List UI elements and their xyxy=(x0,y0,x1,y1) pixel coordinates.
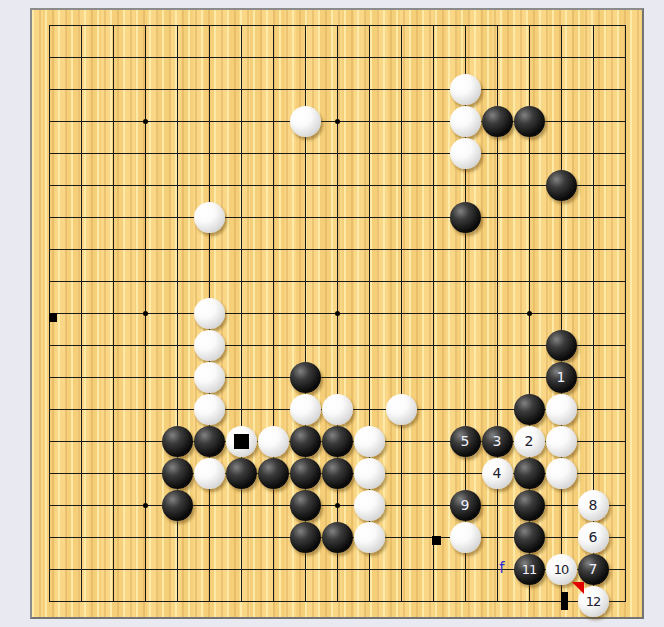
square-marker xyxy=(561,592,568,610)
page-background: 153249861110712 f xyxy=(0,0,664,627)
square-marker xyxy=(234,434,249,449)
board-overlay: f xyxy=(32,10,642,617)
point-label-f: f xyxy=(499,561,504,576)
go-board[interactable]: 153249861110712 f xyxy=(30,8,644,619)
red-triangle-marker xyxy=(572,582,584,594)
square-marker xyxy=(432,536,441,545)
square-marker xyxy=(49,313,57,322)
